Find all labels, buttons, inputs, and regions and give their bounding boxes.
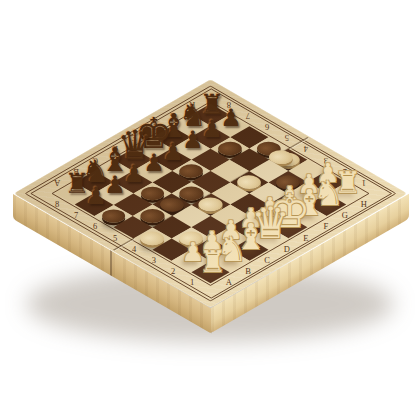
chess-piece-dark-pawn-d7[interactable]: ♟ (143, 151, 165, 175)
chess-piece-dark-pawn-a7[interactable]: ♟ (85, 185, 107, 209)
rank-label-left-3: 3 (151, 255, 155, 265)
chess-set-photo-scene: ♜♞♝♛♚♝♞♜♟♟♟♟♟♟♟♟♟♟♟♟♟♟♟♟♜♞♝♛♚♝♞♜ ABCDEFG… (0, 0, 420, 420)
rank-label-left-7: 7 (74, 210, 78, 220)
rank-label-left-2: 2 (171, 266, 175, 276)
rank-label-left-4: 4 (132, 244, 136, 254)
chess-piece-dark-pawn-b7[interactable]: ♟ (105, 173, 127, 197)
chess-piece-dark-pawn-h7[interactable]: ♟ (221, 106, 243, 130)
rank-label-right-7: 7 (246, 111, 250, 121)
file-label-near-a: A (226, 278, 232, 288)
rank-label-right-6: 6 (265, 122, 269, 132)
chess-piece-dark-pawn-c7[interactable]: ♟ (124, 162, 146, 186)
chess-piece-dark-pawn-f7[interactable]: ♟ (182, 128, 204, 152)
rank-label-left-6: 6 (93, 221, 97, 231)
rank-label-right-5: 5 (285, 133, 289, 143)
rank-label-right-1: 1 (362, 178, 366, 188)
board-top: ♜♞♝♛♚♝♞♜♟♟♟♟♟♟♟♟♟♟♟♟♟♟♟♟♜♞♝♛♚♝♞♜ ABCDEFG… (13, 79, 408, 308)
file-label-near-h: H (361, 199, 367, 209)
rank-label-left-1: 1 (190, 278, 194, 288)
chess-piece-light-rook-a1[interactable]: ♜ (199, 247, 226, 277)
file-label-far-a: A (54, 178, 60, 188)
chess-piece-dark-pawn-e7[interactable]: ♟ (163, 140, 185, 164)
rank-label-left-8: 8 (55, 199, 59, 209)
box-fold-seam-side (110, 250, 112, 276)
rank-label-left-5: 5 (113, 233, 117, 243)
chess-piece-dark-pawn-g7[interactable]: ♟ (201, 117, 223, 141)
rank-label-right-4: 4 (304, 144, 308, 154)
